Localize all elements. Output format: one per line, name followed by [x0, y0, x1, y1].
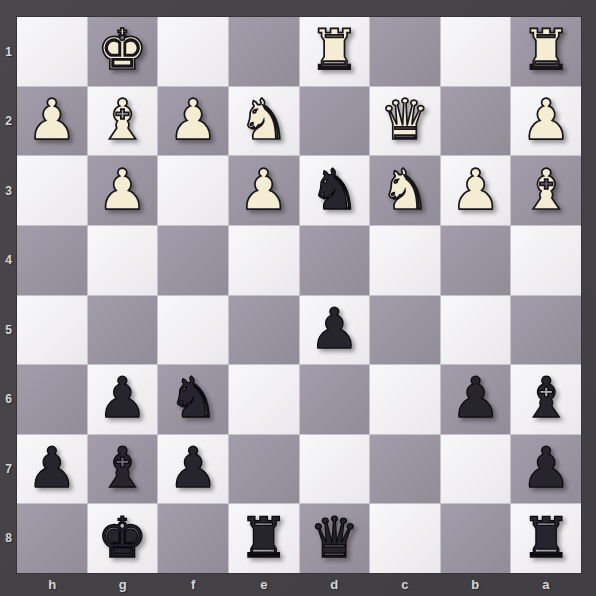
square-e8[interactable]: ♜: [229, 504, 299, 573]
rank-label-4: 4: [0, 226, 17, 296]
piece-black-queen[interactable]: ♛: [309, 510, 359, 566]
file-label-a: a: [511, 573, 582, 596]
square-e5[interactable]: [229, 296, 299, 365]
square-c2[interactable]: ♛: [370, 87, 440, 156]
square-d3[interactable]: ♞: [300, 156, 370, 225]
piece-black-pawn[interactable]: ♟: [450, 370, 500, 426]
rank-labels: 12345678: [0, 17, 17, 573]
square-c5[interactable]: [370, 296, 440, 365]
piece-black-pawn[interactable]: ♟: [309, 301, 359, 357]
piece-white-rook[interactable]: ♜: [309, 22, 359, 78]
square-f6[interactable]: ♞: [158, 365, 228, 434]
piece-white-pawn[interactable]: ♟: [521, 92, 571, 148]
square-b6[interactable]: ♟: [441, 365, 511, 434]
square-b8[interactable]: [441, 504, 511, 573]
rank-label-2: 2: [0, 87, 17, 157]
file-label-d: d: [299, 573, 370, 596]
square-d6[interactable]: [300, 365, 370, 434]
square-e4[interactable]: [229, 226, 299, 295]
file-label-g: g: [88, 573, 159, 596]
piece-white-pawn[interactable]: ♟: [239, 162, 289, 218]
piece-white-rook[interactable]: ♜: [521, 22, 571, 78]
square-h3[interactable]: [17, 156, 87, 225]
square-h2[interactable]: ♟: [17, 87, 87, 156]
square-f4[interactable]: [158, 226, 228, 295]
square-g8[interactable]: ♚: [88, 504, 158, 573]
square-d7[interactable]: [300, 435, 370, 504]
square-c3[interactable]: ♞: [370, 156, 440, 225]
square-b1[interactable]: [441, 17, 511, 86]
square-a8[interactable]: ♜: [511, 504, 581, 573]
square-a5[interactable]: [511, 296, 581, 365]
chess-board: ♚♜♜♟♝♟♞♛♟♟♟♞♞♟♝♟♟♞♟♝♟♝♟♟♚♜♛♜: [17, 17, 581, 573]
piece-black-rook[interactable]: ♜: [521, 510, 571, 566]
rank-label-3: 3: [0, 156, 17, 226]
square-a2[interactable]: ♟: [511, 87, 581, 156]
file-labels: hgfedcba: [17, 573, 581, 596]
square-f8[interactable]: [158, 504, 228, 573]
square-g4[interactable]: [88, 226, 158, 295]
square-a6[interactable]: ♝: [511, 365, 581, 434]
square-b5[interactable]: [441, 296, 511, 365]
square-b7[interactable]: [441, 435, 511, 504]
rank-label-1: 1: [0, 17, 17, 87]
piece-black-pawn[interactable]: ♟: [168, 440, 218, 496]
square-d1[interactable]: ♜: [300, 17, 370, 86]
piece-black-pawn[interactable]: ♟: [521, 440, 571, 496]
square-c1[interactable]: [370, 17, 440, 86]
square-d2[interactable]: [300, 87, 370, 156]
square-f7[interactable]: ♟: [158, 435, 228, 504]
square-b3[interactable]: ♟: [441, 156, 511, 225]
piece-white-pawn[interactable]: ♟: [450, 162, 500, 218]
square-a3[interactable]: ♝: [511, 156, 581, 225]
square-h5[interactable]: [17, 296, 87, 365]
piece-white-pawn[interactable]: ♟: [27, 92, 77, 148]
square-h8[interactable]: [17, 504, 87, 573]
piece-black-pawn[interactable]: ♟: [97, 370, 147, 426]
piece-white-queen[interactable]: ♛: [380, 92, 430, 148]
square-g6[interactable]: ♟: [88, 365, 158, 434]
square-g3[interactable]: ♟: [88, 156, 158, 225]
square-c4[interactable]: [370, 226, 440, 295]
square-h6[interactable]: [17, 365, 87, 434]
piece-white-bishop[interactable]: ♝: [97, 92, 147, 148]
piece-white-pawn[interactable]: ♟: [97, 162, 147, 218]
piece-black-bishop[interactable]: ♝: [97, 440, 147, 496]
square-f3[interactable]: [158, 156, 228, 225]
rank-label-8: 8: [0, 504, 17, 574]
piece-white-pawn[interactable]: ♟: [168, 92, 218, 148]
square-e2[interactable]: ♞: [229, 87, 299, 156]
square-e1[interactable]: [229, 17, 299, 86]
piece-black-pawn[interactable]: ♟: [27, 440, 77, 496]
file-label-h: h: [17, 573, 88, 596]
square-b2[interactable]: [441, 87, 511, 156]
file-label-c: c: [370, 573, 441, 596]
file-label-b: b: [440, 573, 511, 596]
square-c7[interactable]: [370, 435, 440, 504]
piece-black-knight[interactable]: ♞: [309, 162, 359, 218]
square-f2[interactable]: ♟: [158, 87, 228, 156]
square-d5[interactable]: ♟: [300, 296, 370, 365]
piece-white-king[interactable]: ♚: [97, 22, 147, 78]
square-h1[interactable]: [17, 17, 87, 86]
square-g1[interactable]: ♚: [88, 17, 158, 86]
file-label-f: f: [158, 573, 229, 596]
rank-label-5: 5: [0, 295, 17, 365]
square-d4[interactable]: [300, 226, 370, 295]
square-c8[interactable]: [370, 504, 440, 573]
square-h4[interactable]: [17, 226, 87, 295]
rank-label-6: 6: [0, 365, 17, 435]
square-a1[interactable]: ♜: [511, 17, 581, 86]
square-a7[interactable]: ♟: [511, 435, 581, 504]
square-e3[interactable]: ♟: [229, 156, 299, 225]
square-g7[interactable]: ♝: [88, 435, 158, 504]
piece-black-knight[interactable]: ♞: [168, 370, 218, 426]
piece-black-king[interactable]: ♚: [97, 510, 147, 566]
file-label-e: e: [229, 573, 300, 596]
board-frame: 12345678 hgfedcba ♚♜♜♟♝♟♞♛♟♟♟♞♞♟♝♟♟♞♟♝♟♝…: [0, 0, 596, 596]
square-h7[interactable]: ♟: [17, 435, 87, 504]
square-b4[interactable]: [441, 226, 511, 295]
square-e6[interactable]: [229, 365, 299, 434]
square-c6[interactable]: [370, 365, 440, 434]
square-g5[interactable]: [88, 296, 158, 365]
square-a4[interactable]: [511, 226, 581, 295]
square-d8[interactable]: ♛: [300, 504, 370, 573]
piece-black-bishop[interactable]: ♝: [521, 370, 571, 426]
rank-label-7: 7: [0, 434, 17, 504]
square-e7[interactable]: [229, 435, 299, 504]
piece-black-rook[interactable]: ♜: [239, 510, 289, 566]
square-f1[interactable]: [158, 17, 228, 86]
square-f5[interactable]: [158, 296, 228, 365]
square-g2[interactable]: ♝: [88, 87, 158, 156]
piece-white-knight[interactable]: ♞: [380, 162, 430, 218]
piece-white-bishop[interactable]: ♝: [521, 162, 571, 218]
piece-white-knight[interactable]: ♞: [239, 92, 289, 148]
